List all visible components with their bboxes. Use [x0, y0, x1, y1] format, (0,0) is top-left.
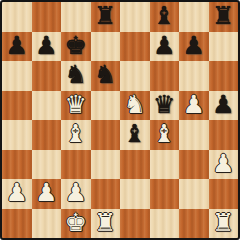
piece-white-pawn[interactable]: ♟	[183, 92, 205, 117]
square-b1[interactable]	[32, 209, 62, 239]
square-d3[interactable]	[91, 150, 121, 180]
square-f6[interactable]	[150, 61, 180, 91]
piece-white-pawn[interactable]: ♟	[212, 151, 234, 176]
piece-white-king[interactable]: ♚	[65, 210, 87, 235]
piece-black-queen[interactable]: ♛	[153, 92, 175, 117]
piece-white-rook[interactable]: ♜	[212, 210, 234, 235]
piece-black-pawn[interactable]: ♟	[183, 33, 205, 58]
square-c7[interactable]: ♚	[61, 32, 91, 62]
piece-black-pawn[interactable]: ♟	[35, 33, 57, 58]
square-d1[interactable]: ♜	[91, 209, 121, 239]
square-g1[interactable]	[179, 209, 209, 239]
square-g5[interactable]: ♟	[179, 91, 209, 121]
square-c4[interactable]: ♝	[61, 120, 91, 150]
square-f7[interactable]: ♟	[150, 32, 180, 62]
piece-black-rook[interactable]: ♜	[94, 3, 116, 28]
square-f2[interactable]	[150, 179, 180, 209]
square-a5[interactable]	[2, 91, 32, 121]
square-d2[interactable]	[91, 179, 121, 209]
square-h1[interactable]: ♜	[209, 209, 239, 239]
square-g2[interactable]	[179, 179, 209, 209]
square-a7[interactable]: ♟	[2, 32, 32, 62]
square-a8[interactable]	[2, 2, 32, 32]
square-e4[interactable]: ♝	[120, 120, 150, 150]
board-grid: ♜♝♜♟♟♚♟♟♞♞♛♞♛♟♟♝♝♝♟♟♟♟♚♜♜	[2, 2, 238, 238]
piece-black-rook[interactable]: ♜	[212, 3, 234, 28]
piece-black-bishop[interactable]: ♝	[124, 121, 146, 146]
piece-white-pawn[interactable]: ♟	[6, 180, 28, 205]
square-c3[interactable]	[61, 150, 91, 180]
square-e1[interactable]	[120, 209, 150, 239]
square-f5[interactable]: ♛	[150, 91, 180, 121]
square-d7[interactable]	[91, 32, 121, 62]
square-g3[interactable]	[179, 150, 209, 180]
piece-white-bishop[interactable]: ♝	[153, 121, 175, 146]
square-a2[interactable]: ♟	[2, 179, 32, 209]
square-b8[interactable]	[32, 2, 62, 32]
square-a4[interactable]	[2, 120, 32, 150]
square-h4[interactable]	[209, 120, 239, 150]
square-h2[interactable]	[209, 179, 239, 209]
square-b4[interactable]	[32, 120, 62, 150]
piece-white-pawn[interactable]: ♟	[35, 180, 57, 205]
square-c8[interactable]	[61, 2, 91, 32]
square-a1[interactable]	[2, 209, 32, 239]
square-h5[interactable]: ♟	[209, 91, 239, 121]
piece-black-king[interactable]: ♚	[65, 33, 87, 58]
piece-white-bishop[interactable]: ♝	[65, 121, 87, 146]
piece-white-queen[interactable]: ♛	[65, 92, 87, 117]
square-e3[interactable]	[120, 150, 150, 180]
piece-black-pawn[interactable]: ♟	[212, 92, 234, 117]
piece-white-pawn[interactable]: ♟	[65, 180, 87, 205]
square-g7[interactable]: ♟	[179, 32, 209, 62]
square-f4[interactable]: ♝	[150, 120, 180, 150]
square-b5[interactable]	[32, 91, 62, 121]
square-c1[interactable]: ♚	[61, 209, 91, 239]
square-g6[interactable]	[179, 61, 209, 91]
square-h8[interactable]: ♜	[209, 2, 239, 32]
square-e5[interactable]: ♞	[120, 91, 150, 121]
piece-black-knight[interactable]: ♞	[94, 62, 116, 87]
square-a6[interactable]	[2, 61, 32, 91]
square-f3[interactable]	[150, 150, 180, 180]
square-b3[interactable]	[32, 150, 62, 180]
piece-black-pawn[interactable]: ♟	[6, 33, 28, 58]
square-h3[interactable]: ♟	[209, 150, 239, 180]
square-d4[interactable]	[91, 120, 121, 150]
square-e6[interactable]	[120, 61, 150, 91]
square-f1[interactable]	[150, 209, 180, 239]
square-b7[interactable]: ♟	[32, 32, 62, 62]
square-b2[interactable]: ♟	[32, 179, 62, 209]
square-d6[interactable]: ♞	[91, 61, 121, 91]
square-g8[interactable]	[179, 2, 209, 32]
square-c2[interactable]: ♟	[61, 179, 91, 209]
square-e7[interactable]	[120, 32, 150, 62]
piece-black-knight[interactable]: ♞	[65, 62, 87, 87]
square-d8[interactable]: ♜	[91, 2, 121, 32]
square-e8[interactable]	[120, 2, 150, 32]
piece-black-bishop[interactable]: ♝	[153, 3, 175, 28]
square-c6[interactable]: ♞	[61, 61, 91, 91]
piece-white-rook[interactable]: ♜	[94, 210, 116, 235]
square-c5[interactable]: ♛	[61, 91, 91, 121]
piece-black-pawn[interactable]: ♟	[153, 33, 175, 58]
square-b6[interactable]	[32, 61, 62, 91]
square-h6[interactable]	[209, 61, 239, 91]
square-a3[interactable]	[2, 150, 32, 180]
square-f8[interactable]: ♝	[150, 2, 180, 32]
square-h7[interactable]	[209, 32, 239, 62]
square-g4[interactable]	[179, 120, 209, 150]
piece-white-knight[interactable]: ♞	[124, 92, 146, 117]
square-d5[interactable]	[91, 91, 121, 121]
square-e2[interactable]	[120, 179, 150, 209]
chess-board: ♜♝♜♟♟♚♟♟♞♞♛♞♛♟♟♝♝♝♟♟♟♟♚♜♜	[0, 0, 240, 240]
